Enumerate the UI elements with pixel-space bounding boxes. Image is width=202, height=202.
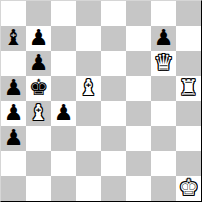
black-pawn[interactable]: ♟ [4, 127, 24, 149]
square-f8[interactable] [126, 1, 151, 26]
square-a8[interactable] [1, 1, 26, 26]
black-pawn[interactable]: ♟ [29, 52, 49, 74]
square-g3[interactable] [151, 126, 176, 151]
square-f7[interactable] [126, 26, 151, 51]
square-b3[interactable] [26, 126, 51, 151]
square-b7[interactable]: ♟ [26, 26, 51, 51]
square-d7[interactable] [76, 26, 101, 51]
square-h6[interactable] [176, 51, 201, 76]
square-g8[interactable] [151, 1, 176, 26]
square-e7[interactable] [101, 26, 126, 51]
square-a2[interactable] [1, 151, 26, 176]
black-bishop[interactable]: ♝ [4, 27, 24, 49]
square-c1[interactable] [51, 176, 76, 201]
square-c6[interactable] [51, 51, 76, 76]
square-c4[interactable]: ♟ [51, 101, 76, 126]
white-bishop[interactable]: ♝ [79, 77, 99, 99]
white-rook[interactable]: ♜ [179, 77, 199, 99]
square-g4[interactable] [151, 101, 176, 126]
square-b6[interactable]: ♟ [26, 51, 51, 76]
black-pawn[interactable]: ♟ [4, 77, 24, 99]
black-pawn[interactable]: ♟ [4, 102, 24, 124]
square-a1[interactable] [1, 176, 26, 201]
square-e6[interactable] [101, 51, 126, 76]
square-g6[interactable]: ♛ [151, 51, 176, 76]
square-e2[interactable] [101, 151, 126, 176]
square-b4[interactable]: ♝ [26, 101, 51, 126]
square-a5[interactable]: ♟ [1, 76, 26, 101]
square-f4[interactable] [126, 101, 151, 126]
black-king[interactable]: ♚ [29, 77, 49, 99]
square-e3[interactable] [101, 126, 126, 151]
square-f2[interactable] [126, 151, 151, 176]
square-a4[interactable]: ♟ [1, 101, 26, 126]
square-g5[interactable] [151, 76, 176, 101]
white-queen[interactable]: ♛ [154, 52, 174, 74]
square-h7[interactable] [176, 26, 201, 51]
square-d3[interactable] [76, 126, 101, 151]
black-pawn[interactable]: ♟ [54, 102, 74, 124]
chess-board: ♝♟♟♟♛♟♚♝♜♟♝♟♟♚ [0, 0, 202, 202]
square-h1[interactable]: ♚ [176, 176, 201, 201]
square-d8[interactable] [76, 1, 101, 26]
square-d5[interactable]: ♝ [76, 76, 101, 101]
square-f6[interactable] [126, 51, 151, 76]
square-e5[interactable] [101, 76, 126, 101]
square-e4[interactable] [101, 101, 126, 126]
square-e8[interactable] [101, 1, 126, 26]
square-a3[interactable]: ♟ [1, 126, 26, 151]
square-a6[interactable] [1, 51, 26, 76]
square-g1[interactable] [151, 176, 176, 201]
square-d1[interactable] [76, 176, 101, 201]
square-b8[interactable] [26, 1, 51, 26]
square-d4[interactable] [76, 101, 101, 126]
square-g7[interactable]: ♟ [151, 26, 176, 51]
square-f5[interactable] [126, 76, 151, 101]
square-f1[interactable] [126, 176, 151, 201]
black-pawn[interactable]: ♟ [154, 27, 174, 49]
square-c5[interactable] [51, 76, 76, 101]
square-c3[interactable] [51, 126, 76, 151]
square-a7[interactable]: ♝ [1, 26, 26, 51]
square-e1[interactable] [101, 176, 126, 201]
square-d2[interactable] [76, 151, 101, 176]
square-c8[interactable] [51, 1, 76, 26]
square-c7[interactable] [51, 26, 76, 51]
square-c2[interactable] [51, 151, 76, 176]
square-h5[interactable]: ♜ [176, 76, 201, 101]
square-h8[interactable] [176, 1, 201, 26]
square-f3[interactable] [126, 126, 151, 151]
black-pawn[interactable]: ♟ [29, 27, 49, 49]
square-b1[interactable] [26, 176, 51, 201]
chess-diagram: ♝♟♟♟♛♟♚♝♜♟♝♟♟♚ [0, 0, 202, 202]
white-king[interactable]: ♚ [179, 177, 199, 199]
square-b2[interactable] [26, 151, 51, 176]
square-h2[interactable] [176, 151, 201, 176]
square-h4[interactable] [176, 101, 201, 126]
square-g2[interactable] [151, 151, 176, 176]
square-h3[interactable] [176, 126, 201, 151]
square-b5[interactable]: ♚ [26, 76, 51, 101]
square-d6[interactable] [76, 51, 101, 76]
white-bishop[interactable]: ♝ [29, 102, 49, 124]
